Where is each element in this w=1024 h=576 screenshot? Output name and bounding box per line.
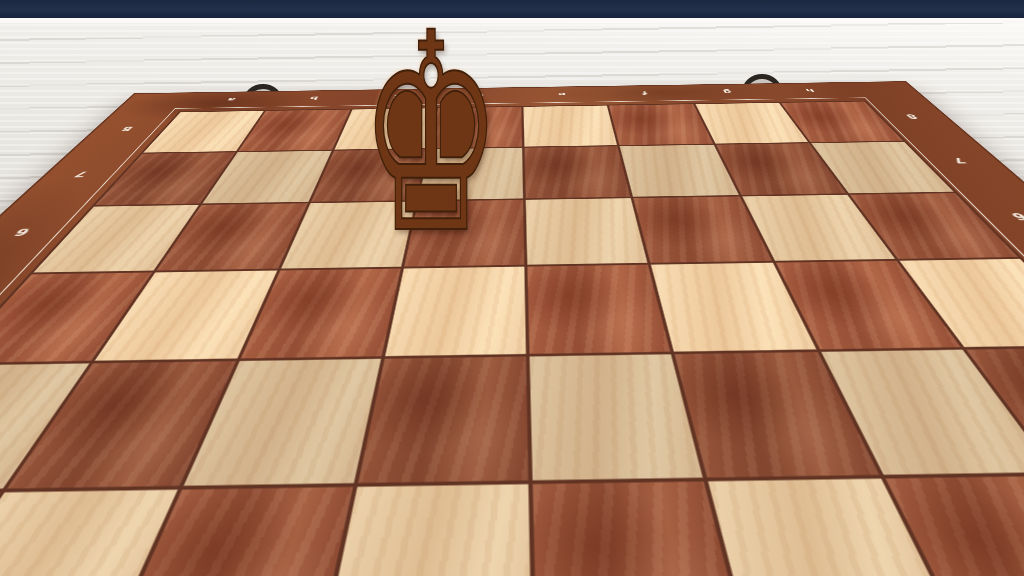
photo-stage: abcdefgh8877665544332211 ♚♟♟♚ <box>0 0 1024 576</box>
piece-white-king: ♚ <box>174 131 321 459</box>
wall-strip <box>0 0 1024 18</box>
square <box>530 354 704 481</box>
rank-label: 7 <box>940 156 979 165</box>
rank-label: 6 <box>997 211 1024 223</box>
piece-black-king: ♚ <box>360 0 502 272</box>
square <box>524 146 630 198</box>
rank-label: 6 <box>0 226 45 238</box>
square <box>358 357 529 484</box>
rank-label: 8 <box>110 125 144 132</box>
square <box>527 264 670 353</box>
file-label: b <box>270 95 356 102</box>
square <box>523 106 617 147</box>
file-label: e <box>520 91 603 98</box>
rank-label: 8 <box>895 113 929 120</box>
file-label: a <box>187 96 274 103</box>
rank-label: 7 <box>62 170 101 179</box>
file-label: g <box>684 88 770 95</box>
file-label: f <box>602 90 687 97</box>
file-label: h <box>766 87 853 94</box>
piece-white-pawn-b5: ♟ <box>102 194 185 343</box>
table-edge-highlight <box>0 18 1024 23</box>
square <box>526 198 648 265</box>
piece-white-pawn-g5: ♟ <box>765 207 848 356</box>
